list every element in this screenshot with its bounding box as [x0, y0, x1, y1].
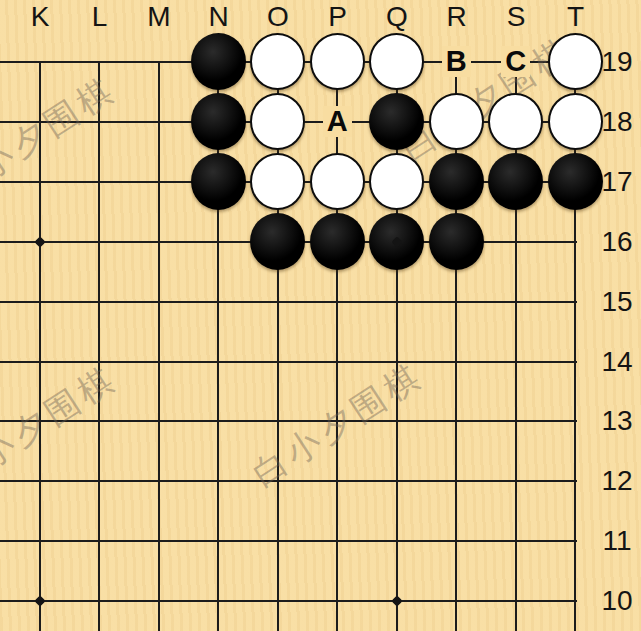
column-label-O: O [267, 1, 289, 33]
choice-marker-B[interactable]: B [442, 46, 471, 77]
row-label-15: 15 [601, 286, 632, 318]
row-label-16: 16 [601, 226, 632, 258]
star-point-K16 [34, 236, 45, 247]
black-stone-Q18 [369, 93, 424, 150]
column-label-L: L [92, 1, 108, 33]
white-stone-T18 [548, 93, 603, 150]
black-stone-R16 [429, 213, 484, 270]
white-stone-P17 [310, 153, 365, 210]
black-stone-N19 [191, 33, 246, 90]
row-label-18: 18 [601, 106, 632, 138]
column-label-K: K [31, 1, 50, 33]
black-stone-T17 [548, 153, 603, 210]
black-stone-P16 [310, 213, 365, 270]
black-stone-O16 [250, 213, 305, 270]
star-point-K10 [34, 595, 45, 606]
column-label-T: T [567, 1, 584, 33]
row-label-13: 13 [601, 405, 632, 437]
black-stone-R17 [429, 153, 484, 210]
white-stone-S18 [488, 93, 543, 150]
row-label-14: 14 [601, 346, 632, 378]
row-label-11: 11 [602, 525, 631, 557]
white-stone-Q17 [369, 153, 424, 210]
white-stone-P19 [310, 33, 365, 90]
black-stone-N17 [191, 153, 246, 210]
row-label-10: 10 [601, 585, 632, 617]
row-label-12: 12 [601, 465, 632, 497]
white-stone-T19 [548, 33, 603, 90]
column-label-Q: Q [386, 1, 408, 33]
go-board[interactable]: ABC [10, 32, 605, 631]
white-stone-O18 [250, 93, 305, 150]
star-point-Q10 [391, 595, 402, 606]
row-label-19: 19 [601, 46, 632, 78]
white-stone-Q19 [369, 33, 424, 90]
choice-marker-A[interactable]: A [323, 106, 352, 137]
black-stone-S17 [488, 153, 543, 210]
white-stone-R18 [429, 93, 484, 150]
column-label-P: P [328, 1, 347, 33]
column-label-N: N [208, 1, 228, 33]
choice-marker-C[interactable]: C [501, 46, 530, 77]
white-stone-O17 [250, 153, 305, 210]
white-stone-O19 [250, 33, 305, 90]
column-label-M: M [147, 1, 170, 33]
black-stone-N18 [191, 93, 246, 150]
go-diagram: 白小夕围棋白小夕围棋白小夕围棋白小夕围棋 ABC KLMNOPQRST 1918… [0, 0, 641, 631]
column-label-R: R [446, 1, 466, 33]
column-label-S: S [507, 1, 526, 33]
row-label-17: 17 [601, 166, 632, 198]
